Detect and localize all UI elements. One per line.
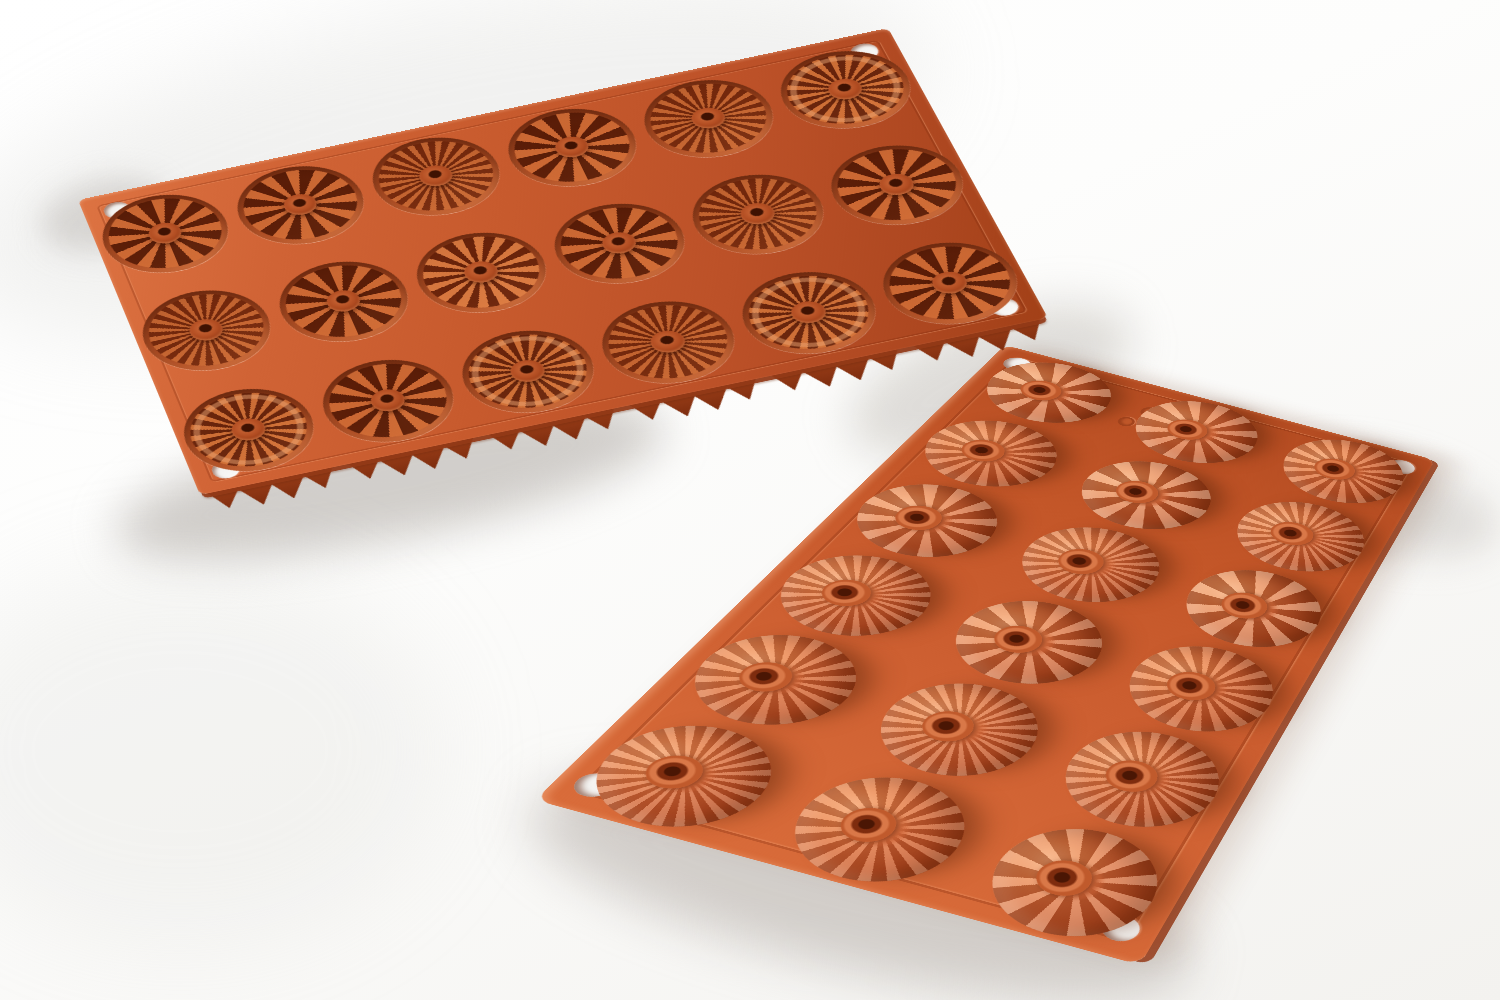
mold-cavity	[358, 127, 514, 226]
mold-cavity	[402, 222, 561, 323]
mold-bump	[930, 588, 1123, 699]
mold-bump	[1166, 557, 1338, 660]
mold-bump	[1107, 633, 1292, 746]
mold-cavity	[170, 378, 328, 482]
mold-cavity	[726, 261, 892, 365]
mold-cavity	[539, 193, 700, 294]
mold-cavity	[89, 184, 241, 283]
mold-cavity	[129, 279, 284, 381]
mold-cavity	[629, 69, 789, 168]
mold-cavity	[814, 134, 979, 235]
mold-bump	[1040, 717, 1239, 843]
mold-cavity	[493, 98, 651, 197]
mold-cavity	[265, 250, 422, 351]
mold-cavity	[224, 155, 378, 254]
mold-cavity	[586, 290, 750, 394]
mold-bump	[664, 621, 883, 741]
backdrop-wash	[0, 560, 440, 940]
mold-cavity	[447, 319, 609, 423]
mold-bump	[852, 669, 1061, 792]
product-photo	[0, 0, 1500, 1000]
mold-cavity	[866, 231, 1034, 334]
mold-cavity	[308, 349, 468, 453]
mold-cavity	[765, 40, 927, 138]
mold-cavity	[677, 163, 840, 264]
